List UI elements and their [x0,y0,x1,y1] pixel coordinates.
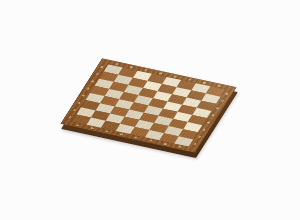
coord-file-a-top: a [115,63,119,66]
chessboard: aabbccddeeffgghh8877665544332211 [60,58,237,153]
coord-file-f-top: f [188,78,191,80]
coord-file-h-bottom: h [178,146,182,149]
coord-file-h-top: h [217,85,221,88]
coord-file-f-bottom: f [149,139,152,141]
coord-file-c-top: c [144,69,148,72]
coord-rank-5-right: 5 [211,114,215,117]
coord-file-d-top: d [159,72,163,75]
coord-file-a-bottom: a [76,124,80,127]
coord-rank-2-left: 2 [72,109,76,112]
coord-rank-7-right: 7 [220,100,224,103]
coord-rank-5-left: 5 [86,87,90,90]
coord-rank-4-left: 4 [81,94,85,97]
coord-file-c-bottom: c [105,130,109,133]
product-photo: aabbccddeeffgghh8877665544332211 [0,0,300,220]
coord-file-g-bottom: g [163,142,167,145]
coord-rank-1-right: 1 [193,143,197,146]
coord-file-g-top: g [202,81,206,84]
coord-rank-3-right: 3 [202,128,206,131]
coord-rank-2-right: 2 [197,135,201,138]
coord-file-d-bottom: d [120,133,124,136]
coordinate-labels: aabbccddeeffgghh8877665544332211 [61,59,235,153]
coord-file-e-bottom: e [134,136,138,139]
board-frame: aabbccddeeffgghh8877665544332211 [60,58,237,153]
coord-rank-4-right: 4 [206,121,210,124]
coord-rank-6-right: 6 [215,107,219,110]
coord-file-b-bottom: b [90,127,94,130]
coord-rank-7-left: 7 [95,73,99,76]
coord-rank-6-left: 6 [91,80,95,83]
coord-file-e-top: e [173,75,177,78]
coord-file-b-top: b [129,66,133,69]
coord-rank-8-right: 8 [225,93,229,96]
coord-rank-1-left: 1 [68,116,72,119]
coord-rank-3-left: 3 [77,101,81,104]
coord-rank-8-left: 8 [100,66,104,69]
